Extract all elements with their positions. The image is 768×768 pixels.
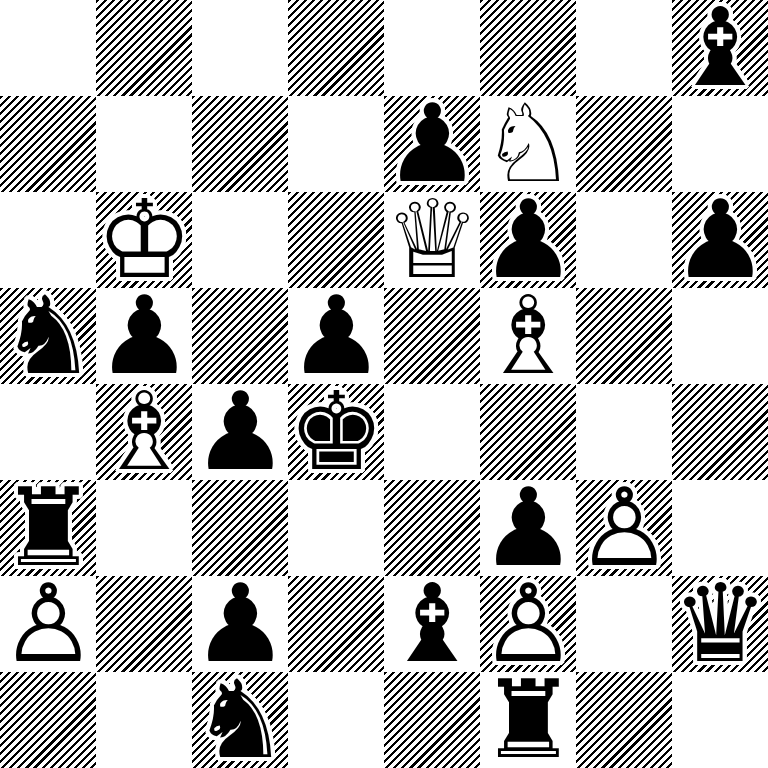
square-b2[interactable] xyxy=(96,576,192,672)
black-pawn-glyph: ♟ xyxy=(96,288,192,384)
square-a7[interactable] xyxy=(0,96,96,192)
white-queen-glyph: ♕ xyxy=(384,192,480,288)
white-pawn-glyph: ♙ xyxy=(480,576,576,672)
white-king-glyph: ♔ xyxy=(96,192,192,288)
black-pawn: ♟♟ xyxy=(672,192,768,288)
square-h6[interactable]: ♟♟ xyxy=(672,192,768,288)
square-d8[interactable] xyxy=(288,0,384,96)
white-pawn-glyph: ♙ xyxy=(0,576,96,672)
square-e3[interactable] xyxy=(384,480,480,576)
square-d6[interactable] xyxy=(288,192,384,288)
square-a6[interactable] xyxy=(0,192,96,288)
square-g5[interactable] xyxy=(576,288,672,384)
black-pawn: ♟♟ xyxy=(96,288,192,384)
square-d3[interactable] xyxy=(288,480,384,576)
black-knight-glyph: ♞ xyxy=(0,288,96,384)
square-e8[interactable] xyxy=(384,0,480,96)
black-pawn-glyph: ♟ xyxy=(192,384,288,480)
black-queen-glyph: ♛ xyxy=(672,576,768,672)
square-f1[interactable]: ♜♜ xyxy=(480,672,576,768)
square-f2[interactable]: ♟♙ xyxy=(480,576,576,672)
square-d7[interactable] xyxy=(288,96,384,192)
chess-board: ♝♝♟♟♞♘♚♔♛♕♟♟♟♟♞♞♟♟♟♟♝♗♝♗♟♟♚♚♜♜♟♟♟♙♟♙♟♟♝♝… xyxy=(0,0,768,768)
black-pawn-glyph: ♟ xyxy=(384,96,480,192)
white-bishop: ♝♗ xyxy=(96,384,192,480)
square-c2[interactable]: ♟♟ xyxy=(192,576,288,672)
square-g2[interactable] xyxy=(576,576,672,672)
black-king-glyph: ♚ xyxy=(288,384,384,480)
square-b8[interactable] xyxy=(96,0,192,96)
black-bishop-glyph: ♝ xyxy=(384,576,480,672)
square-c4[interactable]: ♟♟ xyxy=(192,384,288,480)
square-g7[interactable] xyxy=(576,96,672,192)
black-knight-glyph: ♞ xyxy=(192,672,288,768)
square-h7[interactable] xyxy=(672,96,768,192)
square-g4[interactable] xyxy=(576,384,672,480)
square-f7[interactable]: ♞♘ xyxy=(480,96,576,192)
white-pawn: ♟♙ xyxy=(576,480,672,576)
square-g8[interactable] xyxy=(576,0,672,96)
square-c5[interactable] xyxy=(192,288,288,384)
square-a3[interactable]: ♜♜ xyxy=(0,480,96,576)
square-f4[interactable] xyxy=(480,384,576,480)
square-h3[interactable] xyxy=(672,480,768,576)
black-rook: ♜♜ xyxy=(480,672,576,768)
square-e5[interactable] xyxy=(384,288,480,384)
square-e2[interactable]: ♝♝ xyxy=(384,576,480,672)
square-g3[interactable]: ♟♙ xyxy=(576,480,672,576)
black-rook-glyph: ♜ xyxy=(480,672,576,768)
square-e1[interactable] xyxy=(384,672,480,768)
black-pawn-glyph: ♟ xyxy=(480,480,576,576)
black-pawn: ♟♟ xyxy=(288,288,384,384)
square-b4[interactable]: ♝♗ xyxy=(96,384,192,480)
black-pawn-glyph: ♟ xyxy=(672,192,768,288)
white-bishop: ♝♗ xyxy=(480,288,576,384)
square-f5[interactable]: ♝♗ xyxy=(480,288,576,384)
black-bishop: ♝♝ xyxy=(384,576,480,672)
white-knight-glyph: ♘ xyxy=(480,96,576,192)
black-bishop-glyph: ♝ xyxy=(672,0,768,96)
square-a1[interactable] xyxy=(0,672,96,768)
square-g1[interactable] xyxy=(576,672,672,768)
square-b6[interactable]: ♚♔ xyxy=(96,192,192,288)
black-knight: ♞♞ xyxy=(192,672,288,768)
black-pawn: ♟♟ xyxy=(480,480,576,576)
square-c1[interactable]: ♞♞ xyxy=(192,672,288,768)
black-knight: ♞♞ xyxy=(0,288,96,384)
square-e7[interactable]: ♟♟ xyxy=(384,96,480,192)
black-pawn-glyph: ♟ xyxy=(480,192,576,288)
square-h4[interactable] xyxy=(672,384,768,480)
square-a4[interactable] xyxy=(0,384,96,480)
black-queen: ♛♛ xyxy=(672,576,768,672)
white-bishop-glyph: ♗ xyxy=(480,288,576,384)
black-rook: ♜♜ xyxy=(0,480,96,576)
square-h8[interactable]: ♝♝ xyxy=(672,0,768,96)
square-c3[interactable] xyxy=(192,480,288,576)
black-pawn: ♟♟ xyxy=(192,384,288,480)
square-g6[interactable] xyxy=(576,192,672,288)
square-d2[interactable] xyxy=(288,576,384,672)
square-d1[interactable] xyxy=(288,672,384,768)
black-pawn: ♟♟ xyxy=(384,96,480,192)
square-h2[interactable]: ♛♛ xyxy=(672,576,768,672)
chess-diagram: ♝♝♟♟♞♘♚♔♛♕♟♟♟♟♞♞♟♟♟♟♝♗♝♗♟♟♚♚♜♜♟♟♟♙♟♙♟♟♝♝… xyxy=(0,0,768,768)
black-pawn: ♟♟ xyxy=(192,576,288,672)
square-e6[interactable]: ♛♕ xyxy=(384,192,480,288)
square-f3[interactable]: ♟♟ xyxy=(480,480,576,576)
square-c7[interactable] xyxy=(192,96,288,192)
black-king: ♚♚ xyxy=(288,384,384,480)
square-b3[interactable] xyxy=(96,480,192,576)
white-knight: ♞♘ xyxy=(480,96,576,192)
square-a8[interactable] xyxy=(0,0,96,96)
square-b1[interactable] xyxy=(96,672,192,768)
white-queen: ♛♕ xyxy=(384,192,480,288)
black-pawn-glyph: ♟ xyxy=(288,288,384,384)
white-bishop-glyph: ♗ xyxy=(96,384,192,480)
square-a2[interactable]: ♟♙ xyxy=(0,576,96,672)
square-c6[interactable] xyxy=(192,192,288,288)
white-king: ♚♔ xyxy=(96,192,192,288)
square-h5[interactable] xyxy=(672,288,768,384)
black-rook-glyph: ♜ xyxy=(0,480,96,576)
square-d4[interactable]: ♚♚ xyxy=(288,384,384,480)
black-pawn: ♟♟ xyxy=(480,192,576,288)
white-pawn: ♟♙ xyxy=(480,576,576,672)
white-pawn: ♟♙ xyxy=(0,576,96,672)
square-b5[interactable]: ♟♟ xyxy=(96,288,192,384)
black-pawn-glyph: ♟ xyxy=(192,576,288,672)
square-h1[interactable] xyxy=(672,672,768,768)
square-c8[interactable] xyxy=(192,0,288,96)
square-a5[interactable]: ♞♞ xyxy=(0,288,96,384)
square-f8[interactable] xyxy=(480,0,576,96)
square-d5[interactable]: ♟♟ xyxy=(288,288,384,384)
white-pawn-glyph: ♙ xyxy=(576,480,672,576)
square-f6[interactable]: ♟♟ xyxy=(480,192,576,288)
square-e4[interactable] xyxy=(384,384,480,480)
square-b7[interactable] xyxy=(96,96,192,192)
black-bishop: ♝♝ xyxy=(672,0,768,96)
